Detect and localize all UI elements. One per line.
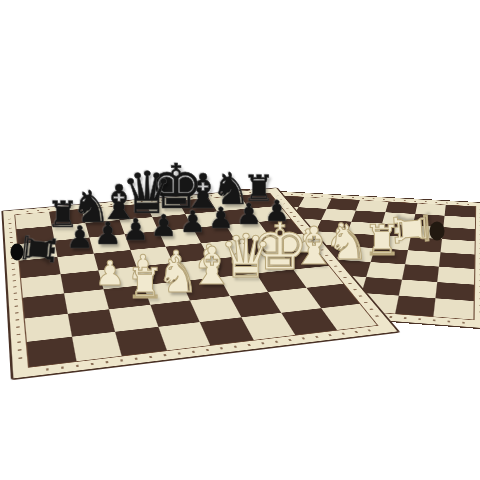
chess-set-photo: ♜♞♝♛♚♝♞♜♟♟♟♟♟♟♟♟♜♞♝♛♚♝♞♜♟♟♟♟♟♟♟♟♜♜ xyxy=(0,0,480,480)
lying-rook-base-hole xyxy=(430,222,445,241)
board-square xyxy=(27,336,76,366)
board-square xyxy=(434,298,474,319)
board-square xyxy=(71,331,121,361)
lying-rook-base-hole xyxy=(11,244,24,261)
board-square xyxy=(395,296,436,317)
